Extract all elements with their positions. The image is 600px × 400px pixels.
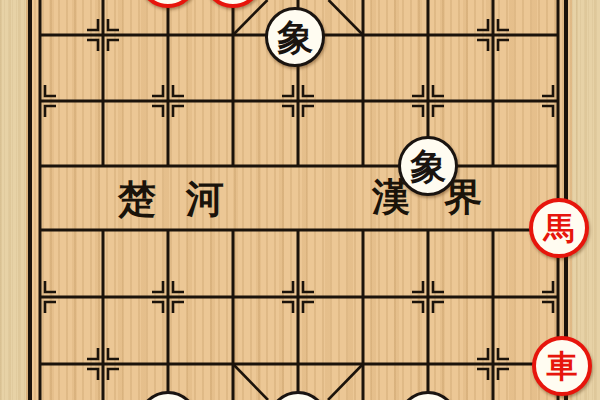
piece-red-horse-i5[interactable]: 馬 <box>529 198 589 258</box>
piece-glyph: 車 <box>547 346 578 388</box>
piece-black-elephant-g4[interactable]: 象 <box>398 136 458 196</box>
river-label-chu-he: 楚河 <box>118 179 254 219</box>
piece-glyph: 馬 <box>544 208 575 250</box>
piece-glyph: 象 <box>410 143 446 192</box>
piece-glyph: 象 <box>277 14 313 63</box>
xiangqi-app: 楚河 漢界 象象馬車 <box>0 0 600 400</box>
piece-black-elephant-e2[interactable]: 象 <box>265 7 325 67</box>
piece-red-chariot-i7[interactable]: 車 <box>532 336 592 396</box>
